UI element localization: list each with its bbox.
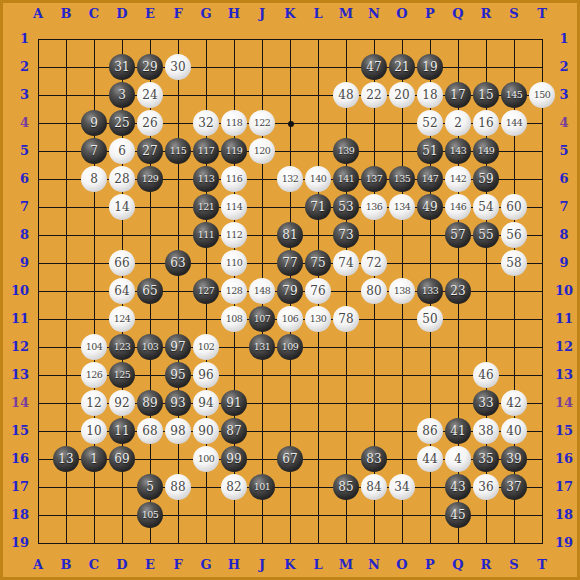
stone-white-D11: 124 [109,306,135,332]
stone-black-H14: 91 [221,390,247,416]
move-number: 107 [254,313,271,324]
stone-black-J11: 107 [249,306,275,332]
coord-label-top-G: G [196,7,216,21]
move-number: 11 [114,424,129,438]
move-number: 134 [394,201,411,212]
coord-label-top-P: P [420,7,440,21]
stone-black-G5: 117 [193,138,219,164]
move-number: 116 [226,173,243,184]
stone-white-S4: 144 [501,110,527,136]
stone-white-J10: 148 [249,278,275,304]
coord-label-left-18: 18 [2,508,29,522]
coord-label-right-1: 1 [552,32,576,46]
stone-white-T3: 150 [529,82,555,108]
stone-white-H6: 116 [221,166,247,192]
move-number: 132 [282,173,299,184]
coord-label-top-R: R [476,7,496,21]
move-number: 94 [198,396,213,410]
move-number: 91 [226,396,241,410]
stone-white-O17: 34 [389,474,415,500]
stone-black-O6: 135 [389,166,415,192]
move-number: 69 [114,452,129,466]
stone-white-C12: 104 [81,334,107,360]
move-number: 1 [90,452,98,466]
stone-black-F9: 63 [165,250,191,276]
stone-white-D7: 14 [109,194,135,220]
move-number: 19 [422,60,437,74]
coord-label-left-11: 11 [2,312,29,326]
move-number: 127 [198,285,215,296]
coord-label-right-13: 13 [552,368,576,382]
coord-label-right-2: 2 [552,60,576,74]
stone-white-N7: 136 [361,194,387,220]
move-number: 49 [422,200,437,214]
stone-black-S3: 145 [501,82,527,108]
move-number: 72 [366,256,381,270]
stone-white-F2: 30 [165,54,191,80]
stone-black-F12: 97 [165,334,191,360]
move-number: 44 [422,452,437,466]
stone-black-F13: 95 [165,362,191,388]
move-number: 14 [114,200,129,214]
move-number: 118 [226,117,243,128]
move-number: 109 [282,341,299,352]
stone-white-R4: 16 [473,110,499,136]
move-number: 41 [450,424,465,438]
stone-white-H7: 114 [221,194,247,220]
move-number: 73 [338,228,353,242]
move-number: 60 [506,200,521,214]
stone-white-L11: 130 [305,306,331,332]
stone-black-K9: 77 [277,250,303,276]
move-number: 39 [506,452,521,466]
move-number: 65 [142,284,157,298]
coord-label-bottom-A: A [28,558,48,572]
move-number: 31 [114,60,129,74]
stone-white-H4: 118 [221,110,247,136]
coord-label-left-5: 5 [2,144,29,158]
move-number: 52 [422,116,437,130]
move-number: 74 [338,256,353,270]
move-number: 9 [90,116,98,130]
move-number: 47 [366,60,381,74]
coord-label-top-N: N [364,7,384,21]
move-number: 26 [142,116,157,130]
stone-black-R16: 35 [473,446,499,472]
stone-black-D12: 123 [109,334,135,360]
move-number: 114 [226,201,243,212]
move-number: 53 [338,200,353,214]
stone-white-Q6: 142 [445,166,471,192]
stone-black-K8: 81 [277,222,303,248]
move-number: 136 [366,201,383,212]
move-number: 147 [422,173,439,184]
move-number: 108 [226,313,243,324]
coord-label-bottom-Q: Q [448,558,468,572]
move-number: 20 [394,88,409,102]
stone-white-O7: 134 [389,194,415,220]
move-number: 137 [366,173,383,184]
move-number: 5 [146,480,154,494]
stone-black-D4: 25 [109,110,135,136]
coord-label-bottom-P: P [420,558,440,572]
stone-black-M5: 139 [333,138,359,164]
coord-label-top-C: C [84,7,104,21]
move-number: 130 [310,313,327,324]
move-number: 92 [114,396,129,410]
move-number: 99 [226,452,241,466]
move-number: 88 [170,480,185,494]
move-number: 6 [118,144,126,158]
stone-black-G6: 113 [193,166,219,192]
stone-black-J12: 131 [249,334,275,360]
coord-label-bottom-N: N [364,558,384,572]
move-number: 139 [338,145,355,156]
move-number: 13 [58,452,73,466]
move-number: 120 [254,145,271,156]
move-number: 28 [114,172,129,186]
move-number: 84 [366,480,381,494]
move-number: 115 [170,145,187,156]
stone-black-H5: 119 [221,138,247,164]
stone-black-B16: 13 [53,446,79,472]
stone-white-H9: 110 [221,250,247,276]
stone-white-R15: 38 [473,418,499,444]
coord-label-top-O: O [392,7,412,21]
move-number: 87 [226,424,241,438]
coord-label-left-6: 6 [2,172,29,186]
coord-label-top-H: H [224,7,244,21]
move-number: 103 [142,341,159,352]
coord-label-right-6: 6 [552,172,576,186]
stone-white-P11: 50 [417,306,443,332]
move-number: 55 [478,228,493,242]
stone-white-C14: 12 [81,390,107,416]
move-number: 46 [478,368,493,382]
coord-label-right-12: 12 [552,340,576,354]
move-number: 133 [422,285,439,296]
stone-black-P10: 133 [417,278,443,304]
stone-white-N17: 84 [361,474,387,500]
coord-label-bottom-J: J [252,558,272,572]
coord-label-top-A: A [28,7,48,21]
move-number: 110 [226,257,243,268]
move-number: 25 [114,116,129,130]
move-number: 21 [394,60,409,74]
stone-black-L7: 71 [305,194,331,220]
stone-white-C13: 126 [81,362,107,388]
coord-label-left-2: 2 [2,60,29,74]
stone-black-H15: 87 [221,418,247,444]
move-number: 48 [338,88,353,102]
move-number: 42 [506,396,521,410]
coord-label-left-1: 1 [2,32,29,46]
coord-label-left-15: 15 [2,424,29,438]
move-number: 90 [198,424,213,438]
move-number: 18 [422,88,437,102]
coord-label-left-7: 7 [2,200,29,214]
move-number: 27 [142,144,157,158]
stone-white-G12: 102 [193,334,219,360]
coord-label-top-F: F [168,7,188,21]
stone-white-P4: 52 [417,110,443,136]
stone-white-O10: 138 [389,278,415,304]
stone-white-H11: 108 [221,306,247,332]
move-number: 22 [366,88,381,102]
stone-black-Q17: 43 [445,474,471,500]
coord-label-right-17: 17 [552,480,576,494]
move-number: 40 [506,424,521,438]
coord-label-left-3: 3 [2,88,29,102]
stone-black-Q18: 45 [445,502,471,528]
move-number: 117 [198,145,215,156]
move-number: 63 [170,256,185,270]
move-number: 76 [310,284,325,298]
coord-label-right-19: 19 [552,536,576,550]
move-number: 67 [282,452,297,466]
move-number: 89 [142,396,157,410]
stone-black-C4: 9 [81,110,107,136]
stone-white-G4: 32 [193,110,219,136]
move-number: 96 [198,368,213,382]
coord-label-bottom-F: F [168,558,188,572]
coord-label-left-19: 19 [2,536,29,550]
move-number: 51 [422,144,437,158]
coord-label-bottom-C: C [84,558,104,572]
coord-label-left-4: 4 [2,116,29,130]
move-number: 98 [170,424,185,438]
stone-black-D15: 11 [109,418,135,444]
stone-white-S15: 40 [501,418,527,444]
move-number: 105 [142,509,159,520]
stone-black-D16: 69 [109,446,135,472]
stone-white-G16: 100 [193,446,219,472]
coord-label-right-7: 7 [552,200,576,214]
move-number: 150 [534,89,551,100]
coord-label-bottom-D: D [112,558,132,572]
stone-black-E14: 89 [137,390,163,416]
stone-black-D2: 31 [109,54,135,80]
coord-label-bottom-H: H [224,558,244,572]
move-number: 83 [366,452,381,466]
move-number: 149 [478,145,495,156]
move-number: 112 [226,229,243,240]
move-number: 79 [282,284,297,298]
coord-label-top-Q: Q [448,7,468,21]
move-number: 142 [450,173,467,184]
move-number: 131 [254,341,271,352]
move-number: 29 [142,60,157,74]
stone-black-K16: 67 [277,446,303,472]
stone-white-M9: 74 [333,250,359,276]
coord-label-right-9: 9 [552,256,576,270]
move-number: 146 [450,201,467,212]
move-number: 3 [118,88,126,102]
stone-black-E6: 129 [137,166,163,192]
stone-black-P2: 19 [417,54,443,80]
stone-black-K12: 109 [277,334,303,360]
coord-label-bottom-B: B [56,558,76,572]
move-number: 56 [506,228,521,242]
stone-white-S8: 56 [501,222,527,248]
stone-black-N2: 47 [361,54,387,80]
move-number: 10 [86,424,101,438]
stone-black-E12: 103 [137,334,163,360]
coord-label-top-T: T [532,7,552,21]
stone-black-Q10: 23 [445,278,471,304]
stone-white-G15: 90 [193,418,219,444]
stone-white-S7: 60 [501,194,527,220]
stone-white-M3: 48 [333,82,359,108]
stone-white-J4: 122 [249,110,275,136]
stone-white-H10: 128 [221,278,247,304]
move-number: 124 [114,313,131,324]
move-number: 24 [142,88,157,102]
stone-black-L9: 75 [305,250,331,276]
move-number: 17 [450,88,465,102]
move-number: 85 [338,480,353,494]
move-number: 12 [86,396,101,410]
coord-label-top-L: L [308,7,328,21]
go-board[interactable]: AABBCCDDEEFFGGHHJJKKLLMMNNOOPPQQRRSSTT11… [0,0,580,580]
move-number: 106 [282,313,299,324]
stone-white-D5: 6 [109,138,135,164]
coord-label-right-3: 3 [552,88,576,102]
move-number: 95 [170,368,185,382]
stone-white-D14: 92 [109,390,135,416]
stone-white-R17: 36 [473,474,499,500]
move-number: 104 [86,341,103,352]
coord-label-top-B: B [56,7,76,21]
stone-white-N3: 22 [361,82,387,108]
move-number: 33 [478,396,493,410]
coord-label-right-5: 5 [552,144,576,158]
move-number: 15 [478,88,493,102]
move-number: 58 [506,256,521,270]
coord-label-top-S: S [504,7,524,21]
move-number: 111 [198,229,215,240]
coord-label-bottom-S: S [504,558,524,572]
move-number: 8 [90,172,98,186]
stone-white-M11: 78 [333,306,359,332]
stone-black-N6: 137 [361,166,387,192]
move-number: 140 [310,173,327,184]
stone-black-S16: 39 [501,446,527,472]
move-number: 77 [282,256,297,270]
coord-label-right-4: 4 [552,116,576,130]
stone-white-Q4: 2 [445,110,471,136]
move-number: 75 [310,256,325,270]
move-number: 38 [478,424,493,438]
stone-black-E5: 27 [137,138,163,164]
stone-white-E15: 68 [137,418,163,444]
stone-black-D13: 125 [109,362,135,388]
coord-label-left-8: 8 [2,228,29,242]
move-number: 126 [86,369,103,380]
move-number: 7 [90,144,98,158]
move-number: 78 [338,312,353,326]
move-number: 144 [506,117,523,128]
stone-white-C6: 8 [81,166,107,192]
coord-label-left-9: 9 [2,256,29,270]
stone-black-E17: 5 [137,474,163,500]
stone-black-C5: 7 [81,138,107,164]
coord-label-right-18: 18 [552,508,576,522]
stone-white-H8: 112 [221,222,247,248]
coord-label-right-15: 15 [552,424,576,438]
move-number: 2 [454,116,462,130]
stone-black-S17: 37 [501,474,527,500]
coord-label-bottom-E: E [140,558,160,572]
coord-label-left-13: 13 [2,368,29,382]
move-number: 71 [310,200,325,214]
stone-black-R14: 33 [473,390,499,416]
coord-label-right-8: 8 [552,228,576,242]
move-number: 86 [422,424,437,438]
stone-black-E2: 29 [137,54,163,80]
star-point-K4 [288,121,294,127]
move-number: 141 [338,173,355,184]
coord-label-top-J: J [252,7,272,21]
stone-white-H17: 82 [221,474,247,500]
move-number: 82 [226,480,241,494]
stone-white-R7: 54 [473,194,499,220]
stone-white-C15: 10 [81,418,107,444]
coord-label-left-12: 12 [2,340,29,354]
move-number: 129 [142,173,159,184]
move-number: 16 [478,116,493,130]
stone-black-R6: 59 [473,166,499,192]
move-number: 81 [282,228,297,242]
coord-label-right-14: 14 [552,396,576,410]
stone-white-L10: 76 [305,278,331,304]
stone-black-O2: 21 [389,54,415,80]
move-number: 32 [198,116,213,130]
stone-white-N10: 80 [361,278,387,304]
stone-white-G14: 94 [193,390,219,416]
move-number: 4 [454,452,462,466]
coord-label-bottom-T: T [532,558,552,572]
move-number: 64 [114,284,129,298]
stone-white-P3: 18 [417,82,443,108]
stone-white-P15: 86 [417,418,443,444]
move-number: 34 [394,480,409,494]
stone-black-M6: 141 [333,166,359,192]
move-number: 43 [450,480,465,494]
stone-black-Q5: 143 [445,138,471,164]
move-number: 128 [226,285,243,296]
stone-white-P16: 44 [417,446,443,472]
move-number: 101 [254,481,271,492]
move-number: 45 [450,508,465,522]
stone-black-P5: 51 [417,138,443,164]
stone-white-N9: 72 [361,250,387,276]
move-number: 93 [170,396,185,410]
move-number: 125 [114,369,131,380]
coord-label-bottom-R: R [476,558,496,572]
stone-black-G8: 111 [193,222,219,248]
stone-white-O3: 20 [389,82,415,108]
move-number: 66 [114,256,129,270]
stone-black-D3: 3 [109,82,135,108]
coord-label-right-10: 10 [552,284,576,298]
move-number: 80 [366,284,381,298]
stone-white-D6: 28 [109,166,135,192]
move-number: 50 [422,312,437,326]
stone-black-P6: 147 [417,166,443,192]
move-number: 100 [198,453,215,464]
move-number: 121 [198,201,215,212]
